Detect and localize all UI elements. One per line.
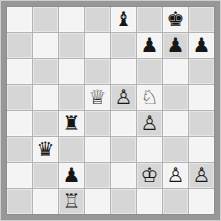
square-c2[interactable]: ♟ — [59, 163, 84, 188]
chess-board-frame: ♝♚♟♟♟♕♙♘♜♙♛♟♔♙♙♖ — [0, 0, 221, 221]
square-h5[interactable] — [189, 85, 214, 110]
square-e2[interactable] — [111, 163, 136, 188]
square-f6[interactable] — [137, 59, 162, 84]
square-g2[interactable]: ♙ — [163, 163, 188, 188]
white-pawn: ♙ — [141, 113, 159, 133]
square-d2[interactable] — [85, 163, 110, 188]
black-pawn: ♟ — [167, 35, 185, 55]
square-c7[interactable] — [59, 33, 84, 58]
square-d7[interactable] — [85, 33, 110, 58]
square-h7[interactable]: ♟ — [189, 33, 214, 58]
square-b7[interactable] — [33, 33, 58, 58]
square-g6[interactable] — [163, 59, 188, 84]
square-f3[interactable] — [137, 137, 162, 162]
square-d4[interactable] — [85, 111, 110, 136]
square-c8[interactable] — [59, 7, 84, 32]
square-f2[interactable]: ♔ — [137, 163, 162, 188]
square-b6[interactable] — [33, 59, 58, 84]
square-b4[interactable] — [33, 111, 58, 136]
black-bishop: ♝ — [115, 9, 133, 29]
square-f5[interactable]: ♘ — [137, 85, 162, 110]
square-g3[interactable] — [163, 137, 188, 162]
square-h3[interactable] — [189, 137, 214, 162]
chess-board: ♝♚♟♟♟♕♙♘♜♙♛♟♔♙♙♖ — [7, 7, 214, 214]
square-a5[interactable] — [7, 85, 32, 110]
white-queen: ♕ — [89, 87, 107, 107]
square-e1[interactable] — [111, 189, 136, 214]
square-h8[interactable] — [189, 7, 214, 32]
black-rook: ♜ — [63, 113, 81, 133]
square-d3[interactable] — [85, 137, 110, 162]
square-g7[interactable]: ♟ — [163, 33, 188, 58]
square-a8[interactable] — [7, 7, 32, 32]
square-b1[interactable] — [33, 189, 58, 214]
square-g8[interactable]: ♚ — [163, 7, 188, 32]
white-pawn: ♙ — [193, 165, 211, 185]
square-b5[interactable] — [33, 85, 58, 110]
square-a3[interactable] — [7, 137, 32, 162]
white-rook: ♖ — [63, 191, 81, 211]
square-h6[interactable] — [189, 59, 214, 84]
square-b3[interactable]: ♛ — [33, 137, 58, 162]
black-king: ♚ — [167, 9, 185, 29]
square-e8[interactable]: ♝ — [111, 7, 136, 32]
black-pawn: ♟ — [193, 35, 211, 55]
square-d5[interactable]: ♕ — [85, 85, 110, 110]
square-c4[interactable]: ♜ — [59, 111, 84, 136]
square-f8[interactable] — [137, 7, 162, 32]
square-b8[interactable] — [33, 7, 58, 32]
black-queen: ♛ — [37, 139, 55, 159]
square-c5[interactable] — [59, 85, 84, 110]
square-e7[interactable] — [111, 33, 136, 58]
square-c3[interactable] — [59, 137, 84, 162]
square-g5[interactable] — [163, 85, 188, 110]
square-g4[interactable] — [163, 111, 188, 136]
black-pawn: ♟ — [141, 35, 159, 55]
square-f4[interactable]: ♙ — [137, 111, 162, 136]
white-king: ♔ — [141, 165, 159, 185]
square-h4[interactable] — [189, 111, 214, 136]
black-pawn: ♟ — [63, 165, 81, 185]
square-f7[interactable]: ♟ — [137, 33, 162, 58]
square-a2[interactable] — [7, 163, 32, 188]
square-d6[interactable] — [85, 59, 110, 84]
white-pawn: ♙ — [167, 165, 185, 185]
square-g1[interactable] — [163, 189, 188, 214]
square-a7[interactable] — [7, 33, 32, 58]
square-e6[interactable] — [111, 59, 136, 84]
square-d8[interactable] — [85, 7, 110, 32]
white-knight: ♘ — [141, 87, 159, 107]
square-e4[interactable] — [111, 111, 136, 136]
white-pawn: ♙ — [115, 87, 133, 107]
square-b2[interactable] — [33, 163, 58, 188]
square-c6[interactable] — [59, 59, 84, 84]
square-h1[interactable] — [189, 189, 214, 214]
square-a6[interactable] — [7, 59, 32, 84]
square-f1[interactable] — [137, 189, 162, 214]
square-h2[interactable]: ♙ — [189, 163, 214, 188]
square-c1[interactable]: ♖ — [59, 189, 84, 214]
square-d1[interactable] — [85, 189, 110, 214]
square-e3[interactable] — [111, 137, 136, 162]
square-a4[interactable] — [7, 111, 32, 136]
square-a1[interactable] — [7, 189, 32, 214]
square-e5[interactable]: ♙ — [111, 85, 136, 110]
